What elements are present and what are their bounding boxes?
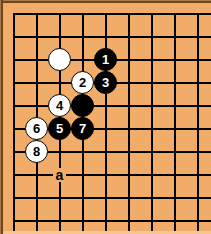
stone-white-2: 2 (71, 71, 94, 94)
stone-white-plain (48, 48, 71, 71)
stone-black-5: 5 (48, 117, 71, 140)
marker-a: a (53, 168, 67, 182)
stone-black-3: 3 (94, 71, 117, 94)
stone-black-7: 7 (71, 117, 94, 140)
go-board: 12345678a (0, 0, 211, 234)
stone-white-4: 4 (48, 94, 71, 117)
stone-white-8: 8 (25, 140, 48, 163)
stone-white-6: 6 (25, 117, 48, 140)
stone-black-1: 1 (94, 48, 117, 71)
stone-black-plain (71, 94, 94, 117)
stone-layer: 12345678a (2, 2, 209, 232)
